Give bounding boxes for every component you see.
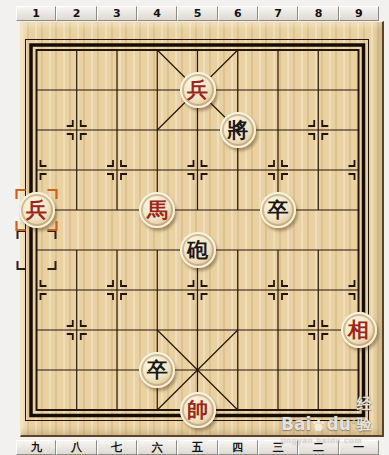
black-soldier[interactable]: 卒 bbox=[260, 192, 296, 228]
red-soldier[interactable]: 兵 bbox=[180, 72, 216, 108]
file-label-bottom-7: 三 bbox=[258, 440, 298, 455]
file-label-bottom-3: 七 bbox=[97, 440, 137, 455]
piece-character: 帥 bbox=[187, 392, 208, 428]
xiangqi-app: 123456789 兵將兵馬卒砲相卒帥 九八七六五四三二一 Bai du ° 经… bbox=[0, 0, 389, 455]
file-label-bottom-2: 八 bbox=[56, 440, 96, 455]
file-label-bottom-9: 一 bbox=[339, 440, 379, 455]
black-soldier[interactable]: 卒 bbox=[139, 352, 175, 388]
piece-character: 卒 bbox=[147, 352, 168, 388]
file-labels-bottom: 九八七六五四三二一 bbox=[16, 440, 379, 455]
piece-character: 馬 bbox=[147, 192, 168, 228]
piece-character: 兵 bbox=[187, 72, 208, 108]
red-soldier[interactable]: 兵 bbox=[19, 192, 55, 228]
black-cannon[interactable]: 砲 bbox=[180, 232, 216, 268]
piece-character: 卒 bbox=[268, 192, 289, 228]
pieces-layer: 兵將兵馬卒砲相卒帥 bbox=[0, 0, 389, 455]
piece-character: 兵 bbox=[26, 192, 47, 228]
piece-character: 砲 bbox=[187, 232, 208, 268]
file-label-bottom-5: 五 bbox=[177, 440, 217, 455]
black-general[interactable]: 將 bbox=[220, 112, 256, 148]
red-elephant[interactable]: 相 bbox=[341, 312, 377, 348]
red-horse[interactable]: 馬 bbox=[139, 192, 175, 228]
file-label-bottom-6: 四 bbox=[218, 440, 258, 455]
piece-character: 相 bbox=[348, 312, 369, 348]
file-label-bottom-8: 二 bbox=[298, 440, 338, 455]
file-label-bottom-1: 九 bbox=[16, 440, 56, 455]
piece-character: 將 bbox=[227, 112, 248, 148]
file-label-bottom-4: 六 bbox=[137, 440, 177, 455]
red-general[interactable]: 帥 bbox=[180, 392, 216, 428]
